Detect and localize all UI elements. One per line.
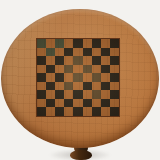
board-square — [55, 39, 64, 48]
board-square — [46, 99, 55, 108]
board-square — [101, 107, 110, 116]
board-square — [46, 48, 55, 57]
board-square — [101, 73, 110, 82]
board-square — [73, 107, 82, 116]
board-square — [110, 99, 119, 108]
board-square — [37, 90, 46, 99]
board-square — [92, 65, 101, 74]
board-square — [73, 39, 82, 48]
board-square — [46, 107, 55, 116]
board-square — [73, 90, 82, 99]
pedestal-knob — [70, 150, 92, 160]
board-square — [37, 39, 46, 48]
board-square — [92, 73, 101, 82]
board-square — [92, 39, 101, 48]
board-square — [64, 82, 73, 91]
board-square — [37, 82, 46, 91]
board-square — [92, 107, 101, 116]
board-square — [73, 65, 82, 74]
board-square — [64, 73, 73, 82]
board-square — [37, 56, 46, 65]
board-square — [73, 82, 82, 91]
board-square — [55, 65, 64, 74]
board-square — [37, 107, 46, 116]
board-square — [110, 56, 119, 65]
board-square — [83, 107, 92, 116]
board-square — [73, 48, 82, 57]
board-square — [110, 90, 119, 99]
board-square — [55, 48, 64, 57]
board-square — [110, 107, 119, 116]
board-square — [46, 65, 55, 74]
board-square — [73, 56, 82, 65]
board-square — [73, 73, 82, 82]
board-square — [101, 99, 110, 108]
board-square — [37, 48, 46, 57]
board-square — [83, 48, 92, 57]
board-square — [110, 65, 119, 74]
board-square — [110, 82, 119, 91]
board-square — [64, 65, 73, 74]
board-square — [101, 82, 110, 91]
board-square — [55, 82, 64, 91]
board-square — [92, 48, 101, 57]
board-square — [37, 73, 46, 82]
board-square — [83, 39, 92, 48]
board-square — [110, 73, 119, 82]
board-square — [101, 65, 110, 74]
board-square — [83, 82, 92, 91]
board-square — [92, 90, 101, 99]
board-square — [92, 82, 101, 91]
board-square — [46, 39, 55, 48]
board-square — [64, 90, 73, 99]
photo-background — [0, 0, 160, 160]
board-square — [55, 73, 64, 82]
board-square — [46, 90, 55, 99]
board-square — [64, 48, 73, 57]
board-square — [46, 56, 55, 65]
board-square — [92, 99, 101, 108]
board-square — [101, 90, 110, 99]
board-square — [64, 99, 73, 108]
board-square — [101, 56, 110, 65]
board-square — [46, 82, 55, 91]
board-square — [73, 99, 82, 108]
board-square — [46, 73, 55, 82]
board-square — [92, 56, 101, 65]
board-square — [101, 39, 110, 48]
board-square — [55, 90, 64, 99]
board-square — [83, 99, 92, 108]
board-square — [55, 107, 64, 116]
board-square — [101, 48, 110, 57]
table-top — [1, 9, 159, 148]
board-square — [64, 107, 73, 116]
board-square — [64, 56, 73, 65]
board-square — [64, 39, 73, 48]
board-square — [83, 65, 92, 74]
board-square — [37, 65, 46, 74]
board-square — [55, 56, 64, 65]
board-square — [37, 99, 46, 108]
board-square — [83, 90, 92, 99]
board-square — [110, 39, 119, 48]
board-square — [55, 99, 64, 108]
checkerboard — [36, 38, 120, 117]
board-square — [83, 56, 92, 65]
board-square — [110, 48, 119, 57]
board-square — [83, 73, 92, 82]
